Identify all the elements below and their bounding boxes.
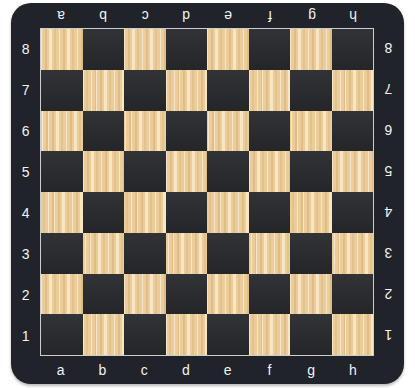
- rank-label-6-left: 6: [12, 110, 40, 151]
- rank-labels-left: 87654321: [12, 28, 40, 356]
- square-b3[interactable]: [83, 233, 125, 274]
- file-label-e-top: e: [207, 4, 249, 28]
- square-e4[interactable]: [207, 192, 249, 233]
- rank-label-4-right: 4: [374, 192, 402, 233]
- rank-label-6-right: 6: [374, 110, 402, 151]
- square-d1[interactable]: [166, 314, 208, 355]
- file-label-a-bottom: a: [40, 356, 82, 383]
- file-label-b-bottom: b: [82, 356, 124, 383]
- square-f6[interactable]: [249, 111, 291, 152]
- file-label-f-bottom: f: [249, 356, 291, 383]
- square-e7[interactable]: [207, 70, 249, 111]
- square-g4[interactable]: [290, 192, 332, 233]
- square-g6[interactable]: [290, 111, 332, 152]
- rank-label-8-right: 8: [374, 28, 402, 69]
- square-c5[interactable]: [124, 151, 166, 192]
- file-label-h-bottom: h: [332, 356, 374, 383]
- file-label-a-top: a: [40, 4, 82, 28]
- square-h7[interactable]: [332, 70, 374, 111]
- square-h4[interactable]: [332, 192, 374, 233]
- square-a8[interactable]: [41, 29, 83, 70]
- square-c8[interactable]: [124, 29, 166, 70]
- square-c6[interactable]: [124, 111, 166, 152]
- rank-label-4-left: 4: [12, 192, 40, 233]
- square-e1[interactable]: [207, 314, 249, 355]
- file-label-b-top: b: [82, 4, 124, 28]
- rank-label-7-left: 7: [12, 69, 40, 110]
- square-h2[interactable]: [332, 274, 374, 315]
- square-d2[interactable]: [166, 274, 208, 315]
- square-e3[interactable]: [207, 233, 249, 274]
- file-label-d-bottom: d: [165, 356, 207, 383]
- square-a6[interactable]: [41, 111, 83, 152]
- square-h8[interactable]: [332, 29, 374, 70]
- square-e2[interactable]: [207, 274, 249, 315]
- rank-label-3-right: 3: [374, 233, 402, 274]
- square-d7[interactable]: [166, 70, 208, 111]
- rank-label-5-right: 5: [374, 151, 402, 192]
- square-f4[interactable]: [249, 192, 291, 233]
- file-labels-top: abcdefgh: [40, 4, 374, 28]
- square-a3[interactable]: [41, 233, 83, 274]
- square-a7[interactable]: [41, 70, 83, 111]
- rank-label-2-right: 2: [374, 274, 402, 315]
- file-label-g-top: g: [291, 4, 333, 28]
- square-f2[interactable]: [249, 274, 291, 315]
- square-b8[interactable]: [83, 29, 125, 70]
- board-grid: [40, 28, 374, 356]
- square-b7[interactable]: [83, 70, 125, 111]
- file-label-d-top: d: [165, 4, 207, 28]
- rank-label-3-left: 3: [12, 233, 40, 274]
- rank-label-1-right: 1: [374, 315, 402, 356]
- square-b6[interactable]: [83, 111, 125, 152]
- square-a5[interactable]: [41, 151, 83, 192]
- square-c2[interactable]: [124, 274, 166, 315]
- square-g8[interactable]: [290, 29, 332, 70]
- file-label-h-top: h: [332, 4, 374, 28]
- square-f5[interactable]: [249, 151, 291, 192]
- rank-label-2-left: 2: [12, 274, 40, 315]
- square-f1[interactable]: [249, 314, 291, 355]
- square-g1[interactable]: [290, 314, 332, 355]
- file-labels-bottom: abcdefgh: [40, 356, 374, 383]
- square-f3[interactable]: [249, 233, 291, 274]
- square-f8[interactable]: [249, 29, 291, 70]
- file-label-c-bottom: c: [124, 356, 166, 383]
- square-h3[interactable]: [332, 233, 374, 274]
- square-f7[interactable]: [249, 70, 291, 111]
- photo-background: abcdefgh abcdefgh 87654321 87654321: [0, 0, 415, 388]
- rank-label-1-left: 1: [12, 315, 40, 356]
- square-g2[interactable]: [290, 274, 332, 315]
- square-d8[interactable]: [166, 29, 208, 70]
- square-d6[interactable]: [166, 111, 208, 152]
- rank-labels-right: 87654321: [374, 28, 402, 356]
- square-g5[interactable]: [290, 151, 332, 192]
- square-d5[interactable]: [166, 151, 208, 192]
- square-b2[interactable]: [83, 274, 125, 315]
- square-g7[interactable]: [290, 70, 332, 111]
- square-d3[interactable]: [166, 233, 208, 274]
- file-label-f-top: f: [249, 4, 291, 28]
- square-c4[interactable]: [124, 192, 166, 233]
- square-c7[interactable]: [124, 70, 166, 111]
- square-b4[interactable]: [83, 192, 125, 233]
- square-e6[interactable]: [207, 111, 249, 152]
- square-c3[interactable]: [124, 233, 166, 274]
- file-label-e-bottom: e: [207, 356, 249, 383]
- file-label-c-top: c: [124, 4, 166, 28]
- square-h5[interactable]: [332, 151, 374, 192]
- square-g3[interactable]: [290, 233, 332, 274]
- square-c1[interactable]: [124, 314, 166, 355]
- square-e5[interactable]: [207, 151, 249, 192]
- square-a2[interactable]: [41, 274, 83, 315]
- square-a1[interactable]: [41, 314, 83, 355]
- rank-label-7-right: 7: [374, 69, 402, 110]
- chess-board: abcdefgh abcdefgh 87654321 87654321: [11, 3, 404, 384]
- rank-label-5-left: 5: [12, 151, 40, 192]
- square-b1[interactable]: [83, 314, 125, 355]
- rank-label-8-left: 8: [12, 28, 40, 69]
- square-a4[interactable]: [41, 192, 83, 233]
- square-e8[interactable]: [207, 29, 249, 70]
- file-label-g-bottom: g: [291, 356, 333, 383]
- square-h1[interactable]: [332, 314, 374, 355]
- square-d4[interactable]: [166, 192, 208, 233]
- square-h6[interactable]: [332, 111, 374, 152]
- square-b5[interactable]: [83, 151, 125, 192]
